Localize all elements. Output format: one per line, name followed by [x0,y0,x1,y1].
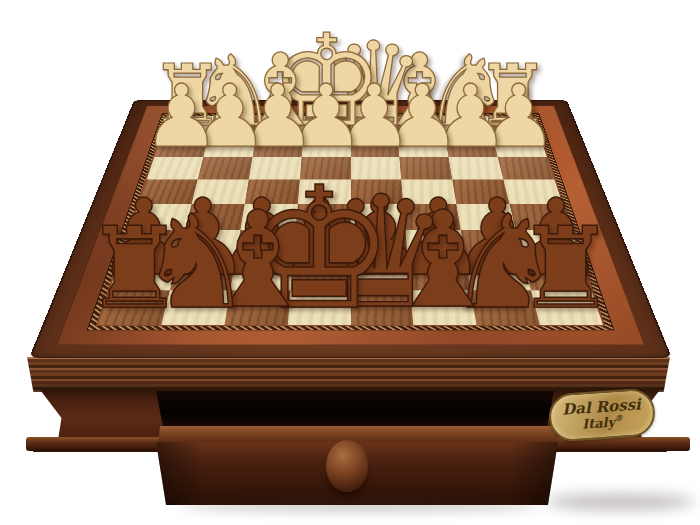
black-rook-h8[interactable]: ♜ [84,212,185,324]
chess-set-photo: Dal Rossi Italy® ♜♞♝♛♚♝♞♜♟♟♟♟♟♟♟♟♟♟♟♟♟♟♟… [0,0,700,525]
white-pawn-h2[interactable]: ♟ [143,73,220,159]
pieces-layer: ♜♞♝♛♚♝♞♜♟♟♟♟♟♟♟♟♟♟♟♟♟♟♟♟♜♞♝♛♚♝♞♜ [0,0,700,525]
